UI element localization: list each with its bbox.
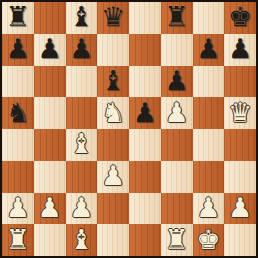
square-g4[interactable] [193, 129, 225, 161]
square-h2[interactable]: ♟ [224, 193, 256, 225]
square-e7[interactable] [129, 34, 161, 66]
white-bishop-c4[interactable]: ♝ [69, 130, 93, 157]
square-b3[interactable] [34, 161, 66, 193]
square-f7[interactable] [161, 34, 193, 66]
square-d5[interactable]: ♞ [97, 97, 129, 129]
square-b6[interactable] [34, 66, 66, 98]
square-c6[interactable] [66, 66, 98, 98]
white-knight-d5[interactable]: ♞ [101, 99, 125, 126]
square-g8[interactable] [193, 2, 225, 34]
white-pawn-d3[interactable]: ♟ [101, 162, 125, 189]
black-knight-a5[interactable]: ♞ [6, 99, 30, 126]
black-pawn-h7[interactable]: ♟ [228, 35, 252, 62]
square-a5[interactable]: ♞ [2, 97, 34, 129]
black-pawn-g7[interactable]: ♟ [196, 35, 220, 62]
square-a6[interactable] [2, 66, 34, 98]
black-pawn-e5[interactable]: ♟ [133, 99, 157, 126]
square-a7[interactable]: ♟ [2, 34, 34, 66]
black-king-h8[interactable]: ♚ [228, 3, 252, 30]
square-a8[interactable]: ♜ [2, 2, 34, 34]
square-h6[interactable] [224, 66, 256, 98]
square-b1[interactable] [34, 224, 66, 256]
square-d6[interactable]: ♝ [97, 66, 129, 98]
white-king-g1[interactable]: ♚ [196, 226, 220, 253]
black-pawn-c7[interactable]: ♟ [69, 35, 93, 62]
white-pawn-g2[interactable]: ♟ [196, 194, 220, 221]
square-e3[interactable] [129, 161, 161, 193]
square-f4[interactable] [161, 129, 193, 161]
square-b5[interactable] [34, 97, 66, 129]
square-d7[interactable] [97, 34, 129, 66]
square-d4[interactable] [97, 129, 129, 161]
square-g2[interactable]: ♟ [193, 193, 225, 225]
square-g3[interactable] [193, 161, 225, 193]
square-c1[interactable]: ♝ [66, 224, 98, 256]
square-b4[interactable] [34, 129, 66, 161]
square-g7[interactable]: ♟ [193, 34, 225, 66]
square-c7[interactable]: ♟ [66, 34, 98, 66]
square-e4[interactable] [129, 129, 161, 161]
square-d8[interactable]: ♛ [97, 2, 129, 34]
square-a2[interactable]: ♟ [2, 193, 34, 225]
square-b7[interactable]: ♟ [34, 34, 66, 66]
square-h1[interactable] [224, 224, 256, 256]
square-b8[interactable] [34, 2, 66, 34]
square-e5[interactable]: ♟ [129, 97, 161, 129]
black-bishop-d6[interactable]: ♝ [101, 67, 125, 94]
square-f6[interactable]: ♟ [161, 66, 193, 98]
square-f3[interactable] [161, 161, 193, 193]
square-e6[interactable] [129, 66, 161, 98]
square-e8[interactable] [129, 2, 161, 34]
black-pawn-f6[interactable]: ♟ [165, 67, 189, 94]
square-c4[interactable]: ♝ [66, 129, 98, 161]
square-h8[interactable]: ♚ [224, 2, 256, 34]
square-e2[interactable] [129, 193, 161, 225]
square-f2[interactable] [161, 193, 193, 225]
square-h5[interactable]: ♛ [224, 97, 256, 129]
black-rook-f8[interactable]: ♜ [165, 3, 189, 30]
square-g1[interactable]: ♚ [193, 224, 225, 256]
square-h3[interactable] [224, 161, 256, 193]
square-c8[interactable]: ♝ [66, 2, 98, 34]
chess-board: ♜♝♛♜♚♟♟♟♟♟♝♟♞♞♟♟♛♝♟♟♟♟♟♟♜♝♜♚ [0, 0, 258, 258]
white-pawn-a2[interactable]: ♟ [6, 194, 30, 221]
white-pawn-f5[interactable]: ♟ [165, 99, 189, 126]
square-h4[interactable] [224, 129, 256, 161]
white-queen-h5[interactable]: ♛ [228, 99, 252, 126]
white-rook-a1[interactable]: ♜ [6, 226, 30, 253]
white-pawn-h2[interactable]: ♟ [228, 194, 252, 221]
white-pawn-b2[interactable]: ♟ [38, 194, 62, 221]
square-f1[interactable]: ♜ [161, 224, 193, 256]
square-f8[interactable]: ♜ [161, 2, 193, 34]
white-rook-f1[interactable]: ♜ [165, 226, 189, 253]
square-f5[interactable]: ♟ [161, 97, 193, 129]
square-c3[interactable] [66, 161, 98, 193]
black-pawn-b7[interactable]: ♟ [38, 35, 62, 62]
square-c2[interactable]: ♟ [66, 193, 98, 225]
white-pawn-c2[interactable]: ♟ [69, 194, 93, 221]
square-a1[interactable]: ♜ [2, 224, 34, 256]
square-g6[interactable] [193, 66, 225, 98]
square-d3[interactable]: ♟ [97, 161, 129, 193]
square-d1[interactable] [97, 224, 129, 256]
black-rook-a8[interactable]: ♜ [6, 3, 30, 30]
black-bishop-c8[interactable]: ♝ [69, 3, 93, 30]
white-bishop-c1[interactable]: ♝ [69, 226, 93, 253]
square-e1[interactable] [129, 224, 161, 256]
square-h7[interactable]: ♟ [224, 34, 256, 66]
square-d2[interactable] [97, 193, 129, 225]
square-c5[interactable] [66, 97, 98, 129]
black-pawn-a7[interactable]: ♟ [6, 35, 30, 62]
square-g5[interactable] [193, 97, 225, 129]
black-queen-d8[interactable]: ♛ [101, 3, 125, 30]
square-b2[interactable]: ♟ [34, 193, 66, 225]
square-a3[interactable] [2, 161, 34, 193]
square-a4[interactable] [2, 129, 34, 161]
